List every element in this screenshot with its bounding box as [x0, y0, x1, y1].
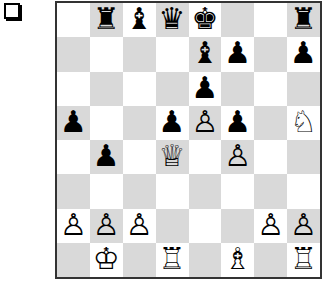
- square-g4[interactable]: [254, 140, 287, 174]
- square-b4[interactable]: ♟: [90, 140, 123, 174]
- piece-white-king: ♔: [93, 244, 120, 274]
- piece-black-pawn: ♟: [93, 141, 120, 171]
- square-c4[interactable]: [123, 140, 156, 174]
- piece-black-pawn: ♟: [191, 73, 218, 103]
- square-h8[interactable]: ♜: [287, 3, 320, 37]
- piece-white-queen: ♕: [159, 141, 186, 171]
- square-a6[interactable]: [57, 72, 90, 106]
- square-d7[interactable]: [156, 37, 189, 71]
- square-f5[interactable]: ♟: [221, 106, 254, 140]
- square-e6[interactable]: ♟: [189, 72, 222, 106]
- square-g8[interactable]: [254, 3, 287, 37]
- square-d3[interactable]: [156, 174, 189, 208]
- square-e1[interactable]: [189, 243, 222, 277]
- square-a2[interactable]: ♙: [57, 209, 90, 243]
- piece-white-pawn: ♙: [257, 210, 284, 240]
- piece-white-pawn: ♙: [290, 210, 317, 240]
- square-f4[interactable]: ♙: [221, 140, 254, 174]
- square-f1[interactable]: ♗: [221, 243, 254, 277]
- piece-black-queen: ♛: [159, 4, 186, 34]
- square-b1[interactable]: ♔: [90, 243, 123, 277]
- square-b8[interactable]: ♜: [90, 3, 123, 37]
- square-b2[interactable]: ♙: [90, 209, 123, 243]
- piece-black-king: ♚: [191, 4, 218, 34]
- square-e3[interactable]: [189, 174, 222, 208]
- piece-white-bishop: ♗: [224, 244, 251, 274]
- square-c1[interactable]: [123, 243, 156, 277]
- square-h7[interactable]: ♟: [287, 37, 320, 71]
- square-h6[interactable]: [287, 72, 320, 106]
- square-d1[interactable]: ♖: [156, 243, 189, 277]
- piece-black-rook: ♜: [93, 4, 120, 34]
- square-h2[interactable]: ♙: [287, 209, 320, 243]
- chess-board: ♜♝♛♚♜♝♟♟♟♟♟♙♟♘♟♕♙♙♙♙♙♙♔♖♗♖: [55, 1, 322, 279]
- piece-black-rook: ♜: [290, 4, 317, 34]
- square-d6[interactable]: [156, 72, 189, 106]
- square-f8[interactable]: [221, 3, 254, 37]
- piece-black-pawn: ♟: [290, 38, 317, 68]
- square-d4[interactable]: ♕: [156, 140, 189, 174]
- piece-white-knight: ♘: [290, 107, 317, 137]
- piece-black-pawn: ♟: [224, 107, 251, 137]
- piece-black-pawn: ♟: [60, 107, 87, 137]
- piece-white-pawn: ♙: [93, 210, 120, 240]
- white-to-move-indicator: [4, 3, 20, 19]
- square-a7[interactable]: [57, 37, 90, 71]
- piece-white-pawn: ♙: [126, 210, 153, 240]
- square-c7[interactable]: [123, 37, 156, 71]
- square-h3[interactable]: [287, 174, 320, 208]
- piece-white-rook: ♖: [290, 244, 317, 274]
- piece-white-pawn: ♙: [60, 210, 87, 240]
- square-g7[interactable]: [254, 37, 287, 71]
- square-f3[interactable]: [221, 174, 254, 208]
- square-g6[interactable]: [254, 72, 287, 106]
- piece-white-pawn: ♙: [224, 141, 251, 171]
- square-f6[interactable]: [221, 72, 254, 106]
- square-f2[interactable]: [221, 209, 254, 243]
- square-f7[interactable]: ♟: [221, 37, 254, 71]
- square-a8[interactable]: [57, 3, 90, 37]
- square-h4[interactable]: [287, 140, 320, 174]
- piece-black-pawn: ♟: [159, 107, 186, 137]
- square-g2[interactable]: ♙: [254, 209, 287, 243]
- square-a3[interactable]: [57, 174, 90, 208]
- square-c6[interactable]: [123, 72, 156, 106]
- square-a1[interactable]: [57, 243, 90, 277]
- square-a4[interactable]: [57, 140, 90, 174]
- square-d8[interactable]: ♛: [156, 3, 189, 37]
- piece-white-pawn: ♙: [191, 107, 218, 137]
- piece-white-rook: ♖: [159, 244, 186, 274]
- square-e5[interactable]: ♙: [189, 106, 222, 140]
- square-d5[interactable]: ♟: [156, 106, 189, 140]
- square-b3[interactable]: [90, 174, 123, 208]
- piece-black-pawn: ♟: [224, 38, 251, 68]
- piece-black-bishop: ♝: [191, 38, 218, 68]
- square-a5[interactable]: ♟: [57, 106, 90, 140]
- square-b6[interactable]: [90, 72, 123, 106]
- square-e2[interactable]: [189, 209, 222, 243]
- square-b5[interactable]: [90, 106, 123, 140]
- square-e7[interactable]: ♝: [189, 37, 222, 71]
- square-h5[interactable]: ♘: [287, 106, 320, 140]
- square-g1[interactable]: [254, 243, 287, 277]
- square-d2[interactable]: [156, 209, 189, 243]
- square-b7[interactable]: [90, 37, 123, 71]
- square-h1[interactable]: ♖: [287, 243, 320, 277]
- square-g5[interactable]: [254, 106, 287, 140]
- square-c2[interactable]: ♙: [123, 209, 156, 243]
- square-e4[interactable]: [189, 140, 222, 174]
- piece-black-bishop: ♝: [126, 4, 153, 34]
- square-c3[interactable]: [123, 174, 156, 208]
- square-g3[interactable]: [254, 174, 287, 208]
- square-e8[interactable]: ♚: [189, 3, 222, 37]
- square-c8[interactable]: ♝: [123, 3, 156, 37]
- square-c5[interactable]: [123, 106, 156, 140]
